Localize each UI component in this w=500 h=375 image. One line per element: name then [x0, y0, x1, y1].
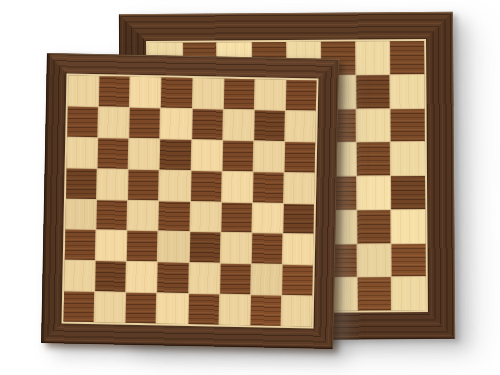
board-square-b3 — [96, 231, 127, 261]
board-square-g4 — [357, 176, 391, 209]
board-square-d5 — [159, 170, 190, 200]
board-square-a1 — [64, 292, 95, 322]
board-square-e6 — [191, 140, 222, 170]
board-square-g3 — [357, 210, 391, 243]
board-square-a2 — [64, 261, 95, 291]
board-square-f5 — [222, 171, 253, 201]
board-square-b6 — [98, 138, 129, 168]
board-square-h8 — [286, 80, 317, 110]
board-square-c6 — [129, 139, 160, 169]
board-square-h2 — [282, 265, 313, 295]
board-square-f1 — [219, 295, 250, 325]
board-square-d1 — [157, 293, 188, 323]
board-square-g6 — [253, 141, 284, 171]
board-square-h7 — [285, 111, 316, 141]
board-square-d4 — [159, 201, 190, 231]
board-square-d3 — [158, 232, 189, 262]
board-playing-area — [62, 73, 319, 328]
board-square-c1 — [126, 293, 157, 323]
board-square-g5 — [357, 143, 391, 176]
board-square-e1 — [188, 294, 219, 324]
board-square-g3 — [252, 234, 283, 264]
board-square-a3 — [65, 230, 96, 260]
board-square-g8 — [255, 79, 286, 109]
chess-board-small — [41, 53, 339, 349]
board-square-g4 — [252, 203, 283, 233]
board-square-b4 — [97, 200, 128, 230]
board-square-e3 — [189, 232, 220, 262]
board-square-a4 — [65, 199, 96, 229]
board-frame-top-rail — [119, 12, 453, 41]
board-square-h4 — [283, 203, 314, 233]
board-square-h7 — [391, 75, 425, 108]
board-square-h1 — [281, 296, 312, 326]
board-square-c8 — [130, 77, 161, 107]
board-square-f8 — [223, 79, 254, 109]
board-square-f3 — [220, 233, 251, 263]
board-square-h3 — [392, 210, 426, 243]
board-square-c2 — [126, 262, 157, 292]
board-square-g2 — [251, 264, 282, 294]
board-square-h6 — [391, 109, 425, 142]
board-square-h5 — [391, 142, 425, 175]
board-square-f4 — [221, 202, 252, 232]
board-square-d8 — [161, 77, 192, 107]
board-square-a6 — [67, 137, 98, 167]
board-square-e4 — [190, 202, 221, 232]
board-square-a5 — [66, 168, 97, 198]
board-square-g7 — [254, 110, 285, 140]
board-square-e8 — [192, 78, 223, 108]
board-square-h3 — [283, 234, 314, 264]
board-square-g7 — [356, 75, 390, 108]
board-square-c7 — [130, 108, 161, 138]
board-square-h6 — [284, 142, 315, 172]
board-square-h1 — [392, 277, 426, 310]
board-square-g8 — [356, 41, 390, 74]
board-square-g2 — [357, 244, 391, 277]
board-square-d6 — [160, 139, 191, 169]
board-square-h8 — [390, 41, 424, 74]
board-square-d2 — [158, 263, 189, 293]
board-square-b8 — [99, 76, 130, 106]
board-square-a8 — [68, 76, 99, 106]
board-square-a7 — [67, 106, 98, 136]
board-square-d7 — [161, 108, 192, 138]
board-square-e7 — [192, 109, 223, 139]
board-square-f6 — [222, 140, 253, 170]
board-square-g1 — [250, 295, 281, 325]
board-square-b7 — [98, 107, 129, 137]
product-photo-scene — [0, 0, 500, 375]
board-square-f2 — [220, 264, 251, 294]
board-square-g5 — [253, 172, 284, 202]
board-square-b2 — [95, 261, 126, 291]
board-square-c4 — [128, 200, 159, 230]
board-square-g6 — [356, 109, 390, 142]
board-grid — [64, 76, 317, 327]
board-square-f7 — [223, 110, 254, 140]
board-square-h4 — [391, 176, 425, 209]
board-square-h2 — [392, 244, 426, 277]
board-square-c3 — [127, 231, 158, 261]
board-square-c5 — [128, 169, 159, 199]
board-square-b5 — [97, 169, 128, 199]
board-frame-right-rail — [426, 12, 455, 339]
board-square-e5 — [191, 171, 222, 201]
board-square-b1 — [95, 292, 126, 322]
board-square-g1 — [357, 278, 391, 311]
board-square-e2 — [189, 263, 220, 293]
board-square-h5 — [284, 173, 315, 203]
